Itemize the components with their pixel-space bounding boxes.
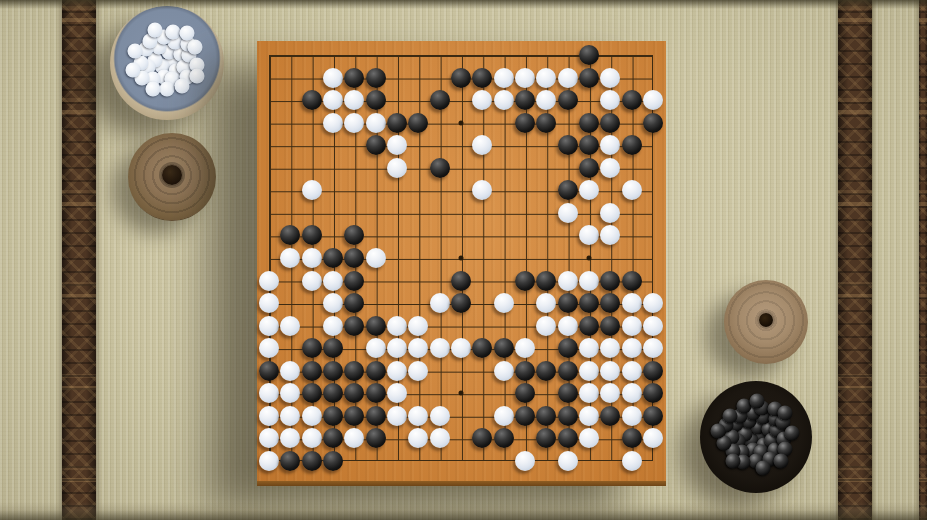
board-cell[interactable] [578, 44, 599, 67]
board-cell[interactable] [536, 405, 557, 428]
board-cell[interactable] [386, 224, 407, 247]
board-cell[interactable] [621, 337, 642, 360]
board-cell[interactable] [642, 247, 663, 270]
board-cell[interactable] [450, 224, 471, 247]
board-cell[interactable] [365, 44, 386, 67]
board-cell[interactable] [472, 179, 493, 202]
board-cell[interactable] [280, 269, 301, 292]
board-cell[interactable] [386, 111, 407, 134]
board-cell[interactable] [621, 179, 642, 202]
board-cell[interactable] [600, 382, 621, 405]
board-cell[interactable] [472, 450, 493, 473]
board-cell[interactable] [642, 382, 663, 405]
board-cell[interactable] [536, 89, 557, 112]
board-cell[interactable] [429, 314, 450, 337]
board-cell[interactable] [514, 359, 535, 382]
board-cell[interactable] [578, 382, 599, 405]
board-cell[interactable] [621, 156, 642, 179]
board-cell[interactable] [322, 382, 343, 405]
board-cell[interactable] [322, 314, 343, 337]
board-cell[interactable] [280, 405, 301, 428]
board-cell[interactable] [429, 450, 450, 473]
board-cell[interactable] [536, 359, 557, 382]
board-cell[interactable] [280, 382, 301, 405]
board-cell[interactable] [429, 337, 450, 360]
board-cell[interactable] [578, 405, 599, 428]
board-cell[interactable] [301, 179, 322, 202]
board-cell[interactable] [322, 89, 343, 112]
board-cell[interactable] [557, 247, 578, 270]
board-cell[interactable] [557, 382, 578, 405]
board-cell[interactable] [344, 314, 365, 337]
board-cell[interactable] [280, 134, 301, 157]
board-cell[interactable] [578, 66, 599, 89]
board-cell[interactable] [344, 66, 365, 89]
board-cell[interactable] [514, 89, 535, 112]
board-cell[interactable] [301, 269, 322, 292]
board-cell[interactable] [493, 292, 514, 315]
board-cell[interactable] [642, 89, 663, 112]
board-cell[interactable] [600, 156, 621, 179]
board-cell[interactable] [450, 179, 471, 202]
board-cell[interactable] [600, 269, 621, 292]
board-cell[interactable] [365, 179, 386, 202]
board-cell[interactable] [365, 359, 386, 382]
board-cell[interactable] [514, 269, 535, 292]
board-cell[interactable] [493, 337, 514, 360]
board-cell[interactable] [280, 337, 301, 360]
board-cell[interactable] [258, 247, 279, 270]
board-cell[interactable] [429, 405, 450, 428]
board-cell[interactable] [536, 224, 557, 247]
board-cell[interactable] [514, 111, 535, 134]
board-cell[interactable] [408, 224, 429, 247]
board-cell[interactable] [450, 427, 471, 450]
board-cell[interactable] [344, 179, 365, 202]
board-cell[interactable] [408, 156, 429, 179]
board-cell[interactable] [258, 111, 279, 134]
board-cell[interactable] [578, 111, 599, 134]
board-cell[interactable] [472, 66, 493, 89]
board-cell[interactable] [386, 427, 407, 450]
board-cell[interactable] [365, 89, 386, 112]
board-cell[interactable] [578, 314, 599, 337]
board-cell[interactable] [536, 314, 557, 337]
board-cell[interactable] [280, 359, 301, 382]
board-cell[interactable] [322, 405, 343, 428]
board-cell[interactable] [280, 450, 301, 473]
board-cell[interactable] [258, 292, 279, 315]
board-cell[interactable] [386, 269, 407, 292]
board-cell[interactable] [386, 179, 407, 202]
board-cell[interactable] [386, 247, 407, 270]
board-cell[interactable] [621, 269, 642, 292]
board-cell[interactable] [301, 247, 322, 270]
board-cell[interactable] [258, 269, 279, 292]
board-cell[interactable] [578, 224, 599, 247]
board-cell[interactable] [642, 427, 663, 450]
board-cell[interactable] [301, 134, 322, 157]
board-cell[interactable] [450, 44, 471, 67]
board-cell[interactable] [386, 202, 407, 225]
board-cell[interactable] [472, 134, 493, 157]
board-cell[interactable] [365, 134, 386, 157]
board-cell[interactable] [258, 179, 279, 202]
board-cell[interactable] [365, 156, 386, 179]
board-cell[interactable] [578, 202, 599, 225]
board-cell[interactable] [408, 202, 429, 225]
board-cell[interactable] [322, 156, 343, 179]
board-cell[interactable] [450, 247, 471, 270]
board-cell[interactable] [621, 450, 642, 473]
board-cell[interactable] [365, 202, 386, 225]
board-cell[interactable] [344, 89, 365, 112]
board-cell[interactable] [514, 314, 535, 337]
board-cell[interactable] [493, 179, 514, 202]
board-cell[interactable] [280, 89, 301, 112]
board-cell[interactable] [472, 269, 493, 292]
board-cell[interactable] [557, 405, 578, 428]
board-cell[interactable] [600, 427, 621, 450]
board-cell[interactable] [514, 427, 535, 450]
board-cell[interactable] [322, 111, 343, 134]
board-cell[interactable] [536, 427, 557, 450]
board-cell[interactable] [621, 89, 642, 112]
board-cell[interactable] [450, 405, 471, 428]
board-cell[interactable] [621, 247, 642, 270]
board-cell[interactable] [536, 337, 557, 360]
board-cell[interactable] [280, 202, 301, 225]
board-cell[interactable] [365, 66, 386, 89]
board-cell[interactable] [536, 292, 557, 315]
board-cell[interactable] [642, 359, 663, 382]
board-cell[interactable] [493, 269, 514, 292]
board-cell[interactable] [429, 382, 450, 405]
board-cell[interactable] [600, 44, 621, 67]
board-cell[interactable] [536, 44, 557, 67]
board-cell[interactable] [386, 89, 407, 112]
board-cell[interactable] [514, 405, 535, 428]
board-cell[interactable] [429, 179, 450, 202]
board-cell[interactable] [408, 292, 429, 315]
board-cell[interactable] [258, 66, 279, 89]
board-cell[interactable] [536, 134, 557, 157]
board-cell[interactable] [642, 337, 663, 360]
board-cell[interactable] [344, 337, 365, 360]
board-cell[interactable] [301, 382, 322, 405]
board-cell[interactable] [280, 314, 301, 337]
board-cell[interactable] [408, 111, 429, 134]
board-cell[interactable] [344, 224, 365, 247]
board-cell[interactable] [557, 359, 578, 382]
board-cell[interactable] [557, 44, 578, 67]
board-cell[interactable] [322, 44, 343, 67]
board-cell[interactable] [301, 111, 322, 134]
board-cell[interactable] [472, 292, 493, 315]
board-cell[interactable] [344, 44, 365, 67]
board-cell[interactable] [621, 134, 642, 157]
board-cell[interactable] [301, 405, 322, 428]
board-cell[interactable] [557, 111, 578, 134]
board-cell[interactable] [429, 202, 450, 225]
board-cell[interactable] [386, 405, 407, 428]
board-cell[interactable] [493, 450, 514, 473]
board-cell[interactable] [493, 89, 514, 112]
board-cell[interactable] [578, 89, 599, 112]
board-cell[interactable] [429, 359, 450, 382]
board-cell[interactable] [450, 382, 471, 405]
board-cell[interactable] [386, 292, 407, 315]
board-cell[interactable] [344, 405, 365, 428]
board-cell[interactable] [472, 111, 493, 134]
board-cell[interactable] [557, 450, 578, 473]
board-cell[interactable] [472, 427, 493, 450]
board-cell[interactable] [301, 314, 322, 337]
board-cell[interactable] [365, 382, 386, 405]
board-cell[interactable] [536, 269, 557, 292]
board-cell[interactable] [493, 224, 514, 247]
board-cell[interactable] [493, 405, 514, 428]
board-cell[interactable] [493, 427, 514, 450]
board-cell[interactable] [557, 202, 578, 225]
board-cell[interactable] [450, 66, 471, 89]
board-cell[interactable] [301, 337, 322, 360]
board-cell[interactable] [450, 314, 471, 337]
board-cell[interactable] [258, 427, 279, 450]
board-cell[interactable] [514, 156, 535, 179]
board-cell[interactable] [472, 44, 493, 67]
board-cell[interactable] [386, 314, 407, 337]
board-cell[interactable] [578, 427, 599, 450]
board-cell[interactable] [344, 382, 365, 405]
board-cell[interactable] [578, 134, 599, 157]
board-cell[interactable] [642, 156, 663, 179]
board-cell[interactable] [642, 66, 663, 89]
board-cell[interactable] [514, 382, 535, 405]
board-cell[interactable] [621, 66, 642, 89]
board-cell[interactable] [408, 179, 429, 202]
board-cell[interactable] [301, 66, 322, 89]
board-cell[interactable] [557, 134, 578, 157]
board-cell[interactable] [514, 66, 535, 89]
board-cell[interactable] [365, 247, 386, 270]
board-cell[interactable] [365, 450, 386, 473]
board-cell[interactable] [642, 314, 663, 337]
board-cell[interactable] [578, 156, 599, 179]
board-cell[interactable] [344, 202, 365, 225]
board-cell[interactable] [514, 337, 535, 360]
board-cell[interactable] [536, 202, 557, 225]
board-cell[interactable] [493, 111, 514, 134]
board-cell[interactable] [365, 337, 386, 360]
board-cell[interactable] [429, 292, 450, 315]
board-cell[interactable] [386, 337, 407, 360]
board-cell[interactable] [301, 44, 322, 67]
board-cell[interactable] [280, 427, 301, 450]
board-cell[interactable] [408, 247, 429, 270]
board-cell[interactable] [600, 314, 621, 337]
board-cell[interactable] [258, 134, 279, 157]
board-cell[interactable] [600, 405, 621, 428]
board-cell[interactable] [536, 450, 557, 473]
board-cell[interactable] [408, 382, 429, 405]
board-cell[interactable] [365, 292, 386, 315]
board-cell[interactable] [322, 224, 343, 247]
board-cell[interactable] [280, 44, 301, 67]
board-cell[interactable] [322, 427, 343, 450]
board-cell[interactable] [578, 247, 599, 270]
board-cell[interactable] [365, 224, 386, 247]
board-cell[interactable] [280, 224, 301, 247]
board-cell[interactable] [642, 179, 663, 202]
board-cell[interactable] [450, 134, 471, 157]
board-cell[interactable] [642, 292, 663, 315]
board-cell[interactable] [642, 44, 663, 67]
board-cell[interactable] [322, 247, 343, 270]
board-cell[interactable] [280, 111, 301, 134]
board-cell[interactable] [472, 337, 493, 360]
board-cell[interactable] [322, 359, 343, 382]
board-cell[interactable] [642, 224, 663, 247]
board-cell[interactable] [301, 89, 322, 112]
board-cell[interactable] [258, 337, 279, 360]
board-cell[interactable] [472, 359, 493, 382]
board-cell[interactable] [600, 134, 621, 157]
board-cell[interactable] [493, 314, 514, 337]
board-cell[interactable] [322, 337, 343, 360]
board-cell[interactable] [472, 224, 493, 247]
board-cell[interactable] [280, 292, 301, 315]
board-cell[interactable] [642, 111, 663, 134]
board-cell[interactable] [621, 44, 642, 67]
board-cell[interactable] [301, 427, 322, 450]
board-cell[interactable] [280, 247, 301, 270]
board-cell[interactable] [642, 450, 663, 473]
board-cell[interactable] [493, 156, 514, 179]
board-cell[interactable] [600, 292, 621, 315]
board-cell[interactable] [557, 269, 578, 292]
board-cell[interactable] [621, 111, 642, 134]
board-cell[interactable] [600, 111, 621, 134]
board-cell[interactable] [450, 337, 471, 360]
board-cell[interactable] [301, 292, 322, 315]
board-cell[interactable] [493, 44, 514, 67]
go-board[interactable] [257, 41, 666, 481]
board-cell[interactable] [514, 292, 535, 315]
board-cell[interactable] [514, 247, 535, 270]
board-cell[interactable] [472, 382, 493, 405]
board-cell[interactable] [578, 292, 599, 315]
board-cell[interactable] [365, 405, 386, 428]
board-cell[interactable] [344, 111, 365, 134]
board-cell[interactable] [386, 134, 407, 157]
board-cell[interactable] [557, 179, 578, 202]
board-cell[interactable] [557, 337, 578, 360]
board-cell[interactable] [514, 179, 535, 202]
board-cell[interactable] [557, 66, 578, 89]
board-cell[interactable] [536, 111, 557, 134]
board-cell[interactable] [600, 247, 621, 270]
board-cell[interactable] [450, 202, 471, 225]
board-cell[interactable] [386, 44, 407, 67]
board-cell[interactable] [557, 224, 578, 247]
board-cell[interactable] [408, 359, 429, 382]
board-cell[interactable] [301, 450, 322, 473]
board-cell[interactable] [386, 382, 407, 405]
board-cell[interactable] [536, 66, 557, 89]
board-cell[interactable] [450, 269, 471, 292]
board-cell[interactable] [600, 89, 621, 112]
board-cell[interactable] [258, 405, 279, 428]
board-cell[interactable] [408, 134, 429, 157]
board-cell[interactable] [472, 202, 493, 225]
board-cell[interactable] [600, 202, 621, 225]
board-cell[interactable] [322, 269, 343, 292]
board-cell[interactable] [472, 156, 493, 179]
board-cell[interactable] [322, 66, 343, 89]
board-cell[interactable] [322, 134, 343, 157]
board-cell[interactable] [600, 224, 621, 247]
board-cell[interactable] [450, 156, 471, 179]
board-cell[interactable] [472, 247, 493, 270]
board-cell[interactable] [578, 337, 599, 360]
board-cell[interactable] [514, 450, 535, 473]
board-cell[interactable] [557, 156, 578, 179]
board-cell[interactable] [280, 156, 301, 179]
board-cell[interactable] [429, 247, 450, 270]
board-cell[interactable] [536, 156, 557, 179]
board-cell[interactable] [344, 269, 365, 292]
board-cell[interactable] [386, 450, 407, 473]
board-cell[interactable] [514, 44, 535, 67]
board-cell[interactable] [578, 179, 599, 202]
board-cell[interactable] [322, 292, 343, 315]
board-cell[interactable] [472, 314, 493, 337]
board-cell[interactable] [493, 66, 514, 89]
board-cell[interactable] [429, 66, 450, 89]
board-cell[interactable] [514, 224, 535, 247]
board-cell[interactable] [408, 44, 429, 67]
board-cell[interactable] [642, 202, 663, 225]
board-cell[interactable] [429, 427, 450, 450]
board-cell[interactable] [344, 292, 365, 315]
board-cell[interactable] [450, 89, 471, 112]
board-cell[interactable] [578, 269, 599, 292]
board-cell[interactable] [600, 359, 621, 382]
board-cell[interactable] [344, 156, 365, 179]
board-cell[interactable] [621, 359, 642, 382]
board-cell[interactable] [365, 269, 386, 292]
board-cell[interactable] [642, 134, 663, 157]
board-cell[interactable] [301, 359, 322, 382]
board-cell[interactable] [258, 314, 279, 337]
board-cell[interactable] [621, 405, 642, 428]
board-cell[interactable] [621, 382, 642, 405]
board-cell[interactable] [408, 405, 429, 428]
board-cell[interactable] [408, 314, 429, 337]
board-cell[interactable] [408, 450, 429, 473]
board-cell[interactable] [600, 66, 621, 89]
board-cell[interactable] [408, 427, 429, 450]
board-cell[interactable] [408, 66, 429, 89]
board-cell[interactable] [301, 156, 322, 179]
board-cell[interactable] [344, 134, 365, 157]
board-cell[interactable] [429, 89, 450, 112]
board-cell[interactable] [536, 382, 557, 405]
board-cell[interactable] [280, 66, 301, 89]
board-cell[interactable] [642, 405, 663, 428]
board-cell[interactable] [600, 450, 621, 473]
